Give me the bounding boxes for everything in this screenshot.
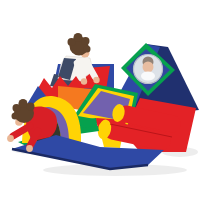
toddler-tunnel-hair-curl-2	[19, 99, 28, 108]
toddler-tunnel-hand-forward	[7, 135, 14, 142]
toddler-tunnel-hand-down	[26, 145, 33, 152]
mirror-reflection-face	[143, 62, 154, 73]
toddler-top-hand-left	[81, 78, 87, 84]
mirror-reflection-shirt	[141, 72, 155, 81]
toddler-top-hair-curl-4	[84, 46, 91, 53]
toddler-top-head	[68, 33, 91, 58]
play-set-illustration	[0, 0, 200, 200]
toddler-tunnel-hair-curl-3	[27, 103, 35, 111]
mirror-reflection	[141, 57, 155, 81]
toddler-top-hair-curl-3	[82, 37, 90, 45]
toddler-tunnel-hair-curl-4	[12, 113, 19, 120]
product-photo	[0, 0, 200, 200]
toddler-top-hand-right	[93, 77, 99, 83]
toddler-top-hair-curl-2	[74, 33, 83, 42]
